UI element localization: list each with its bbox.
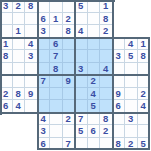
cell-r5-c11[interactable]: 5 <box>125 50 138 63</box>
grid-border-line <box>148 37 150 151</box>
cell-r10-c4[interactable]: 4 <box>38 113 51 126</box>
void-area <box>125 0 138 13</box>
twodoku-board: 3285161281384214641837358834792289492645… <box>0 0 150 150</box>
cell-r5-c5[interactable]: 7 <box>50 50 63 63</box>
cell-r5-c10[interactable]: 3 <box>113 50 126 63</box>
cell-r10-c10[interactable] <box>113 113 126 126</box>
cell-r7-c4[interactable]: 7 <box>38 75 51 88</box>
grid-border-line <box>37 74 151 76</box>
void-area <box>113 13 126 26</box>
cell-r4-c11[interactable]: 4 <box>125 38 138 51</box>
void-area <box>13 138 26 151</box>
cell-r10-c7[interactable]: 7 <box>75 113 88 126</box>
void-area <box>13 125 26 138</box>
void-area <box>13 113 26 126</box>
cell-r8-c2[interactable]: 8 <box>13 88 26 101</box>
cell-r8-c8[interactable]: 4 <box>88 88 101 101</box>
grid-border-line <box>37 148 151 150</box>
void-area <box>138 0 151 13</box>
void-area <box>138 13 151 26</box>
grid-border-line <box>0 0 115 2</box>
cell-r8-c7[interactable] <box>75 88 88 101</box>
cell-r2-c5[interactable]: 1 <box>50 13 63 26</box>
cell-r4-c10[interactable] <box>113 38 126 51</box>
grid-border-line <box>112 37 114 151</box>
cell-r10-c8[interactable] <box>88 113 101 126</box>
cell-r10-c5[interactable] <box>50 113 63 126</box>
grid-border-line <box>0 0 2 115</box>
cell-r8-c5[interactable] <box>50 88 63 101</box>
grid-border-line <box>37 37 39 151</box>
cell-r4-c2[interactable] <box>13 38 26 51</box>
cell-r2-c4[interactable]: 6 <box>38 13 51 26</box>
cell-r7-c8[interactable]: 2 <box>88 75 101 88</box>
cell-r7-c5[interactable] <box>50 75 63 88</box>
cell-r4-c7[interactable] <box>75 38 88 51</box>
cell-r5-c8[interactable] <box>88 50 101 63</box>
cell-r5-c2[interactable] <box>13 50 26 63</box>
grid-border-line <box>37 37 151 39</box>
cell-r4-c8[interactable] <box>88 38 101 51</box>
cell-r11-c10[interactable] <box>113 125 126 138</box>
cell-r8-c11[interactable] <box>125 88 138 101</box>
cell-r11-c4[interactable]: 3 <box>38 125 51 138</box>
cell-r11-c8[interactable]: 6 <box>88 125 101 138</box>
cell-r5-c7[interactable] <box>75 50 88 63</box>
void-area <box>125 13 138 26</box>
grid-border-line <box>74 37 76 151</box>
cell-r4-c5[interactable]: 6 <box>50 38 63 51</box>
cell-r8-c4[interactable] <box>38 88 51 101</box>
cell-r11-c11[interactable] <box>125 125 138 138</box>
cell-r11-c7[interactable]: 5 <box>75 125 88 138</box>
void-area <box>0 125 13 138</box>
cell-r7-c2[interactable] <box>13 75 26 88</box>
cell-r2-c2[interactable] <box>13 13 26 26</box>
cell-r2-c7[interactable] <box>75 13 88 26</box>
cell-r7-c11[interactable] <box>125 75 138 88</box>
cell-r11-c5[interactable] <box>50 125 63 138</box>
cell-r5-c4[interactable] <box>38 50 51 63</box>
cell-r10-c11[interactable]: 3 <box>125 113 138 126</box>
cell-r8-c10[interactable]: 9 <box>113 88 126 101</box>
cell-r2-c8[interactable] <box>88 13 101 26</box>
grid-border-line <box>37 112 151 114</box>
cell-r4-c4[interactable] <box>38 38 51 51</box>
cell-r7-c7[interactable] <box>75 75 88 88</box>
cell-r7-c10[interactable] <box>113 75 126 88</box>
void-area <box>0 138 13 151</box>
